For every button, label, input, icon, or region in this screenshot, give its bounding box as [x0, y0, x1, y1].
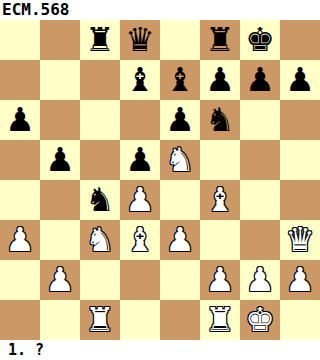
square-a1[interactable] — [0, 300, 40, 340]
black-pawn-icon: ♟ — [125, 140, 155, 180]
square-c7[interactable] — [80, 60, 120, 100]
square-b2[interactable]: ♟ — [40, 260, 80, 300]
black-pawn-icon: ♟ — [245, 60, 275, 100]
square-f5[interactable] — [200, 140, 240, 180]
square-h8[interactable] — [280, 20, 320, 60]
white-pawn-icon: ♟ — [285, 260, 315, 300]
square-f6[interactable]: ♞ — [200, 100, 240, 140]
white-queen-icon: ♛ — [285, 220, 315, 260]
white-pawn-icon: ♟ — [45, 260, 75, 300]
square-a3[interactable]: ♟ — [0, 220, 40, 260]
square-d8[interactable]: ♛ — [120, 20, 160, 60]
square-h6[interactable] — [280, 100, 320, 140]
square-c2[interactable] — [80, 260, 120, 300]
square-a6[interactable]: ♟ — [0, 100, 40, 140]
white-pawn-icon: ♟ — [245, 260, 275, 300]
black-rook-icon: ♜ — [85, 20, 115, 60]
square-d7[interactable]: ♝ — [120, 60, 160, 100]
square-h1[interactable] — [280, 300, 320, 340]
square-d3[interactable]: ♝ — [120, 220, 160, 260]
white-knight-icon: ♞ — [165, 140, 195, 180]
square-g1[interactable]: ♚ — [240, 300, 280, 340]
square-a4[interactable] — [0, 180, 40, 220]
black-bishop-icon: ♝ — [125, 60, 155, 100]
white-bishop-icon: ♝ — [125, 220, 155, 260]
white-pawn-icon: ♟ — [125, 180, 155, 220]
square-c3[interactable]: ♞ — [80, 220, 120, 260]
square-f3[interactable] — [200, 220, 240, 260]
white-king-icon: ♚ — [245, 300, 275, 340]
square-g5[interactable] — [240, 140, 280, 180]
square-d2[interactable] — [120, 260, 160, 300]
square-f8[interactable]: ♜ — [200, 20, 240, 60]
square-b3[interactable] — [40, 220, 80, 260]
square-h7[interactable]: ♟ — [280, 60, 320, 100]
black-pawn-icon: ♟ — [5, 100, 35, 140]
square-g2[interactable]: ♟ — [240, 260, 280, 300]
black-queen-icon: ♛ — [125, 20, 155, 60]
square-d5[interactable]: ♟ — [120, 140, 160, 180]
square-g4[interactable] — [240, 180, 280, 220]
square-f7[interactable]: ♟ — [200, 60, 240, 100]
black-pawn-icon: ♟ — [205, 60, 235, 100]
diagram-title: ECM.568 — [0, 0, 320, 20]
square-e6[interactable]: ♟ — [160, 100, 200, 140]
square-g6[interactable] — [240, 100, 280, 140]
square-a8[interactable] — [0, 20, 40, 60]
white-pawn-icon: ♟ — [5, 220, 35, 260]
square-c4[interactable]: ♞ — [80, 180, 120, 220]
square-e7[interactable]: ♝ — [160, 60, 200, 100]
square-a5[interactable] — [0, 140, 40, 180]
square-e2[interactable] — [160, 260, 200, 300]
square-h3[interactable]: ♛ — [280, 220, 320, 260]
square-c5[interactable] — [80, 140, 120, 180]
square-f2[interactable]: ♟ — [200, 260, 240, 300]
white-pawn-icon: ♟ — [205, 260, 235, 300]
square-d1[interactable] — [120, 300, 160, 340]
square-e4[interactable] — [160, 180, 200, 220]
square-h5[interactable] — [280, 140, 320, 180]
square-g7[interactable]: ♟ — [240, 60, 280, 100]
square-f4[interactable]: ♝ — [200, 180, 240, 220]
white-rook-icon: ♜ — [205, 300, 235, 340]
square-c6[interactable] — [80, 100, 120, 140]
square-e5[interactable]: ♞ — [160, 140, 200, 180]
square-b1[interactable] — [40, 300, 80, 340]
square-e8[interactable] — [160, 20, 200, 60]
square-d6[interactable] — [120, 100, 160, 140]
square-h4[interactable] — [280, 180, 320, 220]
move-prompt: 1. ? — [0, 340, 320, 360]
white-pawn-icon: ♟ — [165, 220, 195, 260]
square-c1[interactable]: ♜ — [80, 300, 120, 340]
black-pawn-icon: ♟ — [285, 60, 315, 100]
square-c8[interactable]: ♜ — [80, 20, 120, 60]
square-d4[interactable]: ♟ — [120, 180, 160, 220]
black-pawn-icon: ♟ — [45, 140, 75, 180]
square-b4[interactable] — [40, 180, 80, 220]
square-b8[interactable] — [40, 20, 80, 60]
square-f1[interactable]: ♜ — [200, 300, 240, 340]
square-e3[interactable]: ♟ — [160, 220, 200, 260]
square-e1[interactable] — [160, 300, 200, 340]
square-b5[interactable]: ♟ — [40, 140, 80, 180]
white-knight-icon: ♞ — [85, 220, 115, 260]
square-a7[interactable] — [0, 60, 40, 100]
black-knight-icon: ♞ — [205, 100, 235, 140]
black-pawn-icon: ♟ — [165, 100, 195, 140]
square-b6[interactable] — [40, 100, 80, 140]
black-knight-icon: ♞ — [85, 180, 115, 220]
square-g8[interactable]: ♚ — [240, 20, 280, 60]
chess-board: ♜♛♜♚♝♝♟♟♟♟♟♞♟♟♞♞♟♝♟♞♝♟♛♟♟♟♟♜♜♚ — [0, 20, 320, 340]
black-king-icon: ♚ — [245, 20, 275, 60]
black-rook-icon: ♜ — [205, 20, 235, 60]
square-a2[interactable] — [0, 260, 40, 300]
chess-diagram-page: ECM.568 ♜♛♜♚♝♝♟♟♟♟♟♞♟♟♞♞♟♝♟♞♝♟♛♟♟♟♟♜♜♚ 1… — [0, 0, 320, 360]
white-rook-icon: ♜ — [85, 300, 115, 340]
square-b7[interactable] — [40, 60, 80, 100]
white-bishop-icon: ♝ — [205, 180, 235, 220]
black-bishop-icon: ♝ — [165, 60, 195, 100]
square-h2[interactable]: ♟ — [280, 260, 320, 300]
square-g3[interactable] — [240, 220, 280, 260]
